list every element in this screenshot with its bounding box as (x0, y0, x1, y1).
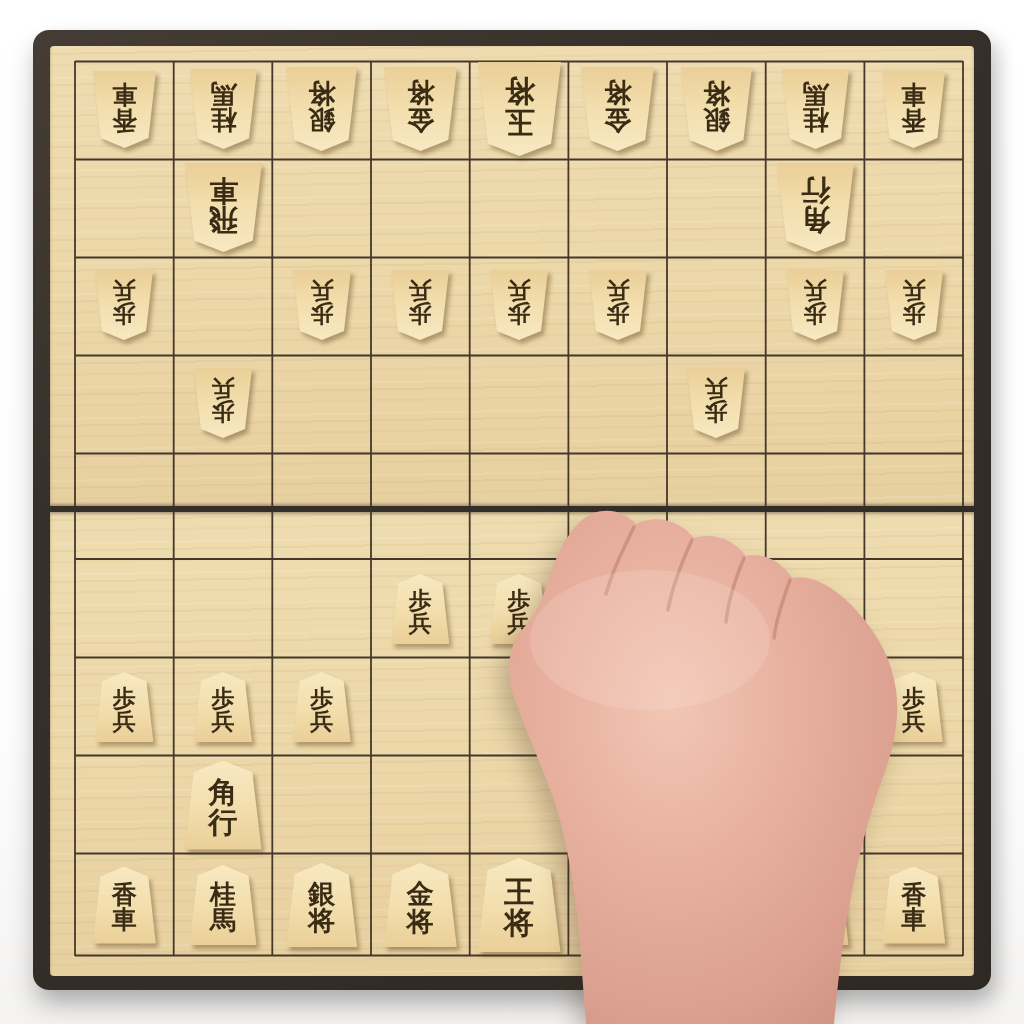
player-hand (0, 0, 1024, 1024)
photo-stage: 香車桂馬銀将金将玉将金将銀将桂馬香車飛車角行歩兵歩兵歩兵歩兵歩兵歩兵歩兵歩兵歩兵… (0, 0, 1024, 1024)
knuckle-highlight (530, 570, 770, 710)
